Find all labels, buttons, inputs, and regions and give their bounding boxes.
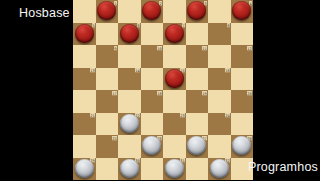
light-square [118, 45, 141, 68]
red-piece[interactable] [232, 1, 251, 20]
light-square [163, 90, 186, 113]
square-number: 24 [225, 113, 230, 117]
red-piece[interactable] [75, 24, 94, 43]
square-2[interactable]: 2 [141, 0, 164, 23]
square-19[interactable]: 19 [186, 90, 209, 113]
square-20[interactable]: 20 [231, 90, 254, 113]
square-number: 23 [180, 113, 185, 117]
square-10[interactable]: 10 [141, 45, 164, 68]
square-32[interactable]: 32 [208, 158, 231, 181]
square-27[interactable]: 27 [186, 135, 209, 158]
square-22[interactable]: 22 [118, 113, 141, 136]
square-number: 12 [247, 46, 252, 50]
video-frame: Hosbase 12345678910111213141516171819202… [0, 0, 320, 180]
square-number: 17 [112, 91, 117, 95]
square-24[interactable]: 24 [208, 113, 231, 136]
square-23[interactable]: 23 [163, 113, 186, 136]
red-piece[interactable] [165, 24, 184, 43]
square-number: 14 [135, 68, 140, 72]
square-17[interactable]: 17 [96, 90, 119, 113]
red-piece[interactable] [187, 1, 206, 20]
light-square [73, 45, 96, 68]
watermark-hosbase: Hosbase [19, 7, 70, 20]
square-number: 18 [157, 91, 162, 95]
light-square [208, 135, 231, 158]
square-7[interactable]: 7 [163, 23, 186, 46]
light-square [208, 0, 231, 23]
red-piece[interactable] [120, 24, 139, 43]
square-3[interactable]: 3 [186, 0, 209, 23]
square-15[interactable]: 15 [163, 68, 186, 91]
square-number: 20 [247, 91, 252, 95]
light-square [163, 0, 186, 23]
light-square [118, 0, 141, 23]
square-number: 19 [202, 91, 207, 95]
light-square [141, 158, 164, 181]
red-piece[interactable] [165, 69, 184, 88]
white-piece[interactable] [120, 114, 139, 133]
white-piece[interactable] [120, 159, 139, 178]
square-13[interactable]: 13 [73, 68, 96, 91]
square-6[interactable]: 6 [118, 23, 141, 46]
square-number: 13 [90, 68, 95, 72]
watermark-programhos: Programhos [248, 161, 318, 174]
square-21[interactable]: 21 [73, 113, 96, 136]
light-square [141, 68, 164, 91]
square-12[interactable]: 12 [231, 45, 254, 68]
square-11[interactable]: 11 [186, 45, 209, 68]
red-piece[interactable] [142, 1, 161, 20]
light-square [163, 135, 186, 158]
light-square [231, 23, 254, 46]
square-29[interactable]: 29 [73, 158, 96, 181]
light-square [186, 158, 209, 181]
light-square [186, 68, 209, 91]
square-25[interactable]: 25 [96, 135, 119, 158]
light-square [73, 135, 96, 158]
red-piece[interactable] [97, 1, 116, 20]
square-number: 10 [157, 46, 162, 50]
light-square [118, 90, 141, 113]
light-square [186, 113, 209, 136]
white-piece[interactable] [232, 136, 251, 155]
square-18[interactable]: 18 [141, 90, 164, 113]
square-number: 4 [250, 1, 253, 5]
light-square [96, 68, 119, 91]
square-number: 11 [202, 46, 207, 50]
light-square [141, 23, 164, 46]
square-28[interactable]: 28 [231, 135, 254, 158]
light-square [231, 113, 254, 136]
checkers-board: 1234567891011121314151617181920212223242… [73, 0, 253, 180]
square-14[interactable]: 14 [118, 68, 141, 91]
square-26[interactable]: 26 [141, 135, 164, 158]
white-piece[interactable] [75, 159, 94, 178]
light-square [73, 90, 96, 113]
square-1[interactable]: 1 [96, 0, 119, 23]
light-square [163, 45, 186, 68]
light-square [231, 68, 254, 91]
light-square [186, 23, 209, 46]
light-square [208, 45, 231, 68]
square-number: 25 [112, 136, 117, 140]
square-4[interactable]: 4 [231, 0, 254, 23]
square-number: 21 [90, 113, 95, 117]
white-piece[interactable] [165, 159, 184, 178]
white-piece[interactable] [142, 136, 161, 155]
white-piece[interactable] [210, 159, 229, 178]
square-9[interactable]: 9 [96, 45, 119, 68]
light-square [96, 113, 119, 136]
light-square [96, 23, 119, 46]
light-square [208, 90, 231, 113]
square-8[interactable]: 8 [208, 23, 231, 46]
light-square [118, 135, 141, 158]
light-square [141, 113, 164, 136]
square-31[interactable]: 31 [163, 158, 186, 181]
white-piece[interactable] [187, 136, 206, 155]
square-number: 16 [225, 68, 230, 72]
light-square [73, 0, 96, 23]
square-16[interactable]: 16 [208, 68, 231, 91]
square-30[interactable]: 30 [118, 158, 141, 181]
square-5[interactable]: 5 [73, 23, 96, 46]
light-square [96, 158, 119, 181]
